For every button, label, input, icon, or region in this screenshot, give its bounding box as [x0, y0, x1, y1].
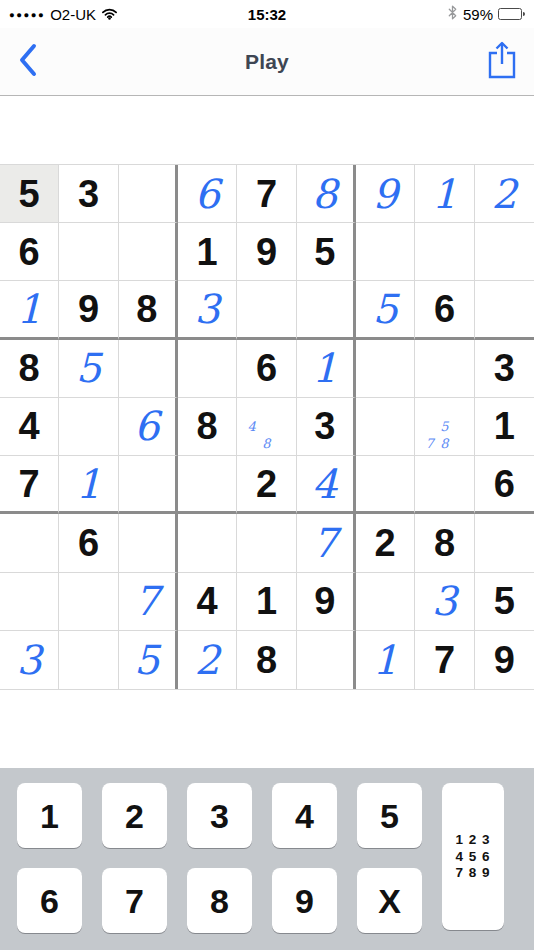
carrier-label: O2-UK [50, 6, 96, 23]
given-digit: 6 [256, 349, 277, 387]
cell-r5c3[interactable]: 6 [119, 398, 178, 456]
bluetooth-icon [447, 5, 458, 23]
cell-r8c6[interactable]: 9 [297, 573, 356, 631]
cell-r6c7[interactable] [356, 456, 415, 514]
nav-bar: Play [0, 28, 534, 96]
cell-r7c9[interactable] [475, 514, 534, 572]
cell-r4c1[interactable]: 8 [0, 340, 59, 398]
cell-r8c9[interactable]: 5 [475, 573, 534, 631]
cell-r1c1[interactable]: 5 [0, 165, 59, 223]
cell-r9c8[interactable]: 7 [415, 631, 474, 689]
given-digit: 7 [19, 465, 40, 503]
battery-icon [498, 8, 525, 20]
cell-r3c3[interactable]: 8 [119, 281, 178, 339]
cell-r4c6[interactable]: 1 [297, 340, 356, 398]
pencil-mark: 8 [437, 435, 452, 452]
given-digit: 8 [19, 349, 40, 387]
given-digit: 9 [314, 582, 335, 620]
cell-r8c1[interactable] [0, 573, 59, 631]
share-button[interactable] [482, 38, 522, 86]
entry-digit: 7 [312, 523, 337, 563]
entry-digit: 5 [372, 289, 397, 329]
entry-digit: 3 [194, 289, 219, 329]
entry-digit: 9 [372, 174, 397, 214]
given-digit: 9 [256, 233, 277, 271]
cell-r7c6[interactable]: 7 [297, 514, 356, 572]
app-screen: ●●●●● O2-UK 15:32 59% [0, 0, 534, 950]
cell-r1c7[interactable]: 9 [356, 165, 415, 223]
given-digit: 8 [256, 641, 277, 679]
cell-r5c5[interactable]: 48 [237, 398, 296, 456]
cell-r4c7[interactable] [356, 340, 415, 398]
key-7[interactable]: 7 [102, 868, 167, 933]
given-digit: 2 [256, 465, 277, 503]
cell-r7c8[interactable]: 8 [415, 514, 474, 572]
given-digit: 9 [78, 290, 99, 328]
given-digit: 3 [78, 175, 99, 213]
cell-r8c8[interactable]: 3 [415, 573, 474, 631]
given-digit: 5 [314, 233, 335, 271]
cell-r5c6[interactable]: 3 [297, 398, 356, 456]
cell-r5c9[interactable]: 1 [475, 398, 534, 456]
cell-r3c1[interactable]: 1 [0, 281, 59, 339]
entry-digit: 1 [432, 174, 457, 214]
cell-r9c6[interactable] [297, 631, 356, 689]
cell-r4c2[interactable]: 5 [59, 340, 118, 398]
entry-digit: 6 [134, 406, 159, 446]
key-9[interactable]: 9 [272, 868, 337, 933]
pencil-marks: 578 [415, 398, 473, 455]
signal-strength-icon: ●●●●● [9, 9, 45, 20]
cell-r8c2[interactable] [59, 573, 118, 631]
cell-r8c5[interactable]: 1 [237, 573, 296, 631]
cell-r3c5[interactable] [237, 281, 296, 339]
given-digit: 1 [197, 233, 218, 271]
cell-r9c2[interactable] [59, 631, 118, 689]
pencil-mark: 7 [422, 435, 437, 452]
given-digit: 5 [19, 175, 40, 213]
given-digit: 4 [19, 407, 40, 445]
cell-r9c5[interactable]: 8 [237, 631, 296, 689]
status-right: 59% [447, 5, 525, 23]
cell-r7c7[interactable]: 2 [356, 514, 415, 572]
cell-r5c1[interactable]: 4 [0, 398, 59, 456]
cell-r2c1[interactable]: 6 [0, 223, 59, 281]
entry-digit: 6 [194, 174, 219, 214]
cell-r2c5[interactable]: 9 [237, 223, 296, 281]
key-2[interactable]: 2 [102, 783, 167, 848]
cell-r2c6[interactable]: 5 [297, 223, 356, 281]
chevron-left-icon [18, 43, 38, 81]
cell-r1c2[interactable]: 3 [59, 165, 118, 223]
cell-r2c7[interactable] [356, 223, 415, 281]
key-6[interactable]: 6 [17, 868, 82, 933]
cell-r7c1[interactable] [0, 514, 59, 572]
cell-r4c4[interactable] [178, 340, 237, 398]
entry-digit: 7 [134, 581, 159, 621]
key-1[interactable]: 1 [17, 783, 82, 848]
cell-r2c8[interactable] [415, 223, 474, 281]
entry-digit: 5 [134, 640, 159, 680]
pencil-mode-label: 7 8 9 [455, 865, 490, 881]
back-button[interactable] [10, 42, 46, 82]
cell-r7c5[interactable] [237, 514, 296, 572]
sudoku-board: 5367891261951983568561346848357817124667… [0, 164, 534, 690]
cell-r1c6[interactable]: 8 [297, 165, 356, 223]
cell-r4c8[interactable] [415, 340, 474, 398]
wifi-icon [101, 6, 118, 23]
cell-r7c4[interactable] [178, 514, 237, 572]
cell-r1c8[interactable]: 1 [415, 165, 474, 223]
given-digit: 4 [197, 582, 218, 620]
cell-r6c6[interactable]: 4 [297, 456, 356, 514]
entry-digit: 1 [312, 348, 337, 388]
key-5[interactable]: 5 [357, 783, 422, 848]
cell-r6c1[interactable]: 7 [0, 456, 59, 514]
pencil-mode-label: 1 2 3 [455, 832, 490, 848]
cell-r9c3[interactable]: 5 [119, 631, 178, 689]
cell-r9c9[interactable]: 9 [475, 631, 534, 689]
cell-r6c9[interactable]: 6 [475, 456, 534, 514]
entry-digit: 8 [312, 174, 337, 214]
given-digit: 6 [434, 290, 455, 328]
pencil-mark: 4 [244, 418, 259, 435]
cell-r5c4[interactable]: 8 [178, 398, 237, 456]
cell-r3c8[interactable]: 6 [415, 281, 474, 339]
entry-digit: 2 [194, 640, 219, 680]
key-3[interactable]: 3 [187, 783, 252, 848]
key-delete[interactable]: X [357, 868, 422, 933]
cell-r5c2[interactable] [59, 398, 118, 456]
given-digit: 6 [19, 233, 40, 271]
given-digit: 5 [494, 582, 515, 620]
cell-r2c4[interactable]: 1 [178, 223, 237, 281]
given-digit: 6 [494, 465, 515, 503]
keypad: 1 2 3 4 5 6 7 8 9 123456789X [0, 768, 534, 950]
cell-r1c3[interactable] [119, 165, 178, 223]
cell-r8c4[interactable]: 4 [178, 573, 237, 631]
cell-r6c3[interactable] [119, 456, 178, 514]
pencil-marks: 48 [237, 398, 295, 455]
status-left: ●●●●● O2-UK [9, 6, 118, 23]
cell-r1c5[interactable]: 7 [237, 165, 296, 223]
pencil-mode-label: 4 5 6 [455, 849, 490, 865]
given-digit: 9 [494, 641, 515, 679]
given-digit: 3 [314, 407, 335, 445]
cell-r4c9[interactable]: 3 [475, 340, 534, 398]
cell-r9c4[interactable]: 2 [178, 631, 237, 689]
key-4[interactable]: 4 [272, 783, 337, 848]
cell-r4c3[interactable] [119, 340, 178, 398]
cell-r9c7[interactable]: 1 [356, 631, 415, 689]
cell-r3c9[interactable] [475, 281, 534, 339]
cell-r2c9[interactable] [475, 223, 534, 281]
given-digit: 1 [494, 407, 515, 445]
cell-r1c4[interactable]: 6 [178, 165, 237, 223]
given-digit: 8 [434, 524, 455, 562]
given-digit: 1 [256, 582, 277, 620]
cell-r5c8[interactable]: 578 [415, 398, 474, 456]
cell-r8c3[interactable]: 7 [119, 573, 178, 631]
cell-r5c7[interactable] [356, 398, 415, 456]
pencil-mode-button[interactable]: 1 2 3 4 5 6 7 8 9 [442, 783, 504, 930]
entry-digit: 1 [16, 289, 41, 329]
cell-r6c5[interactable]: 2 [237, 456, 296, 514]
key-8[interactable]: 8 [187, 868, 252, 933]
cell-r8c7[interactable] [356, 573, 415, 631]
entry-digit: 1 [372, 640, 397, 680]
entry-digit: 3 [432, 581, 457, 621]
given-digit: 6 [78, 524, 99, 562]
pencil-mark: 5 [437, 418, 452, 435]
cell-r7c2[interactable]: 6 [59, 514, 118, 572]
cell-r7c3[interactable] [119, 514, 178, 572]
cell-r6c8[interactable] [415, 456, 474, 514]
cell-r3c6[interactable] [297, 281, 356, 339]
cell-r1c9[interactable]: 2 [475, 165, 534, 223]
cell-r9c1[interactable]: 3 [0, 631, 59, 689]
given-digit: 3 [494, 349, 515, 387]
cell-r4c5[interactable]: 6 [237, 340, 296, 398]
cell-r3c2[interactable]: 9 [59, 281, 118, 339]
cell-r3c7[interactable]: 5 [356, 281, 415, 339]
given-digit: 8 [136, 290, 157, 328]
cell-r6c4[interactable] [178, 456, 237, 514]
entry-digit: 5 [76, 348, 101, 388]
page-title: Play [245, 50, 289, 74]
cell-r2c2[interactable] [59, 223, 118, 281]
given-digit: 7 [256, 175, 277, 213]
cell-r3c4[interactable]: 3 [178, 281, 237, 339]
entry-digit: 2 [492, 174, 517, 214]
given-digit: 2 [375, 524, 396, 562]
pencil-mark: 8 [259, 435, 274, 452]
battery-percent-label: 59% [463, 6, 493, 23]
entry-digit: 1 [76, 464, 101, 504]
entry-digit: 4 [312, 464, 337, 504]
cell-r6c2[interactable]: 1 [59, 456, 118, 514]
entry-digit: 3 [16, 640, 41, 680]
share-icon [486, 40, 518, 84]
given-digit: 7 [434, 641, 455, 679]
status-bar: ●●●●● O2-UK 15:32 59% [0, 0, 534, 28]
cell-r2c3[interactable] [119, 223, 178, 281]
given-digit: 8 [197, 407, 218, 445]
